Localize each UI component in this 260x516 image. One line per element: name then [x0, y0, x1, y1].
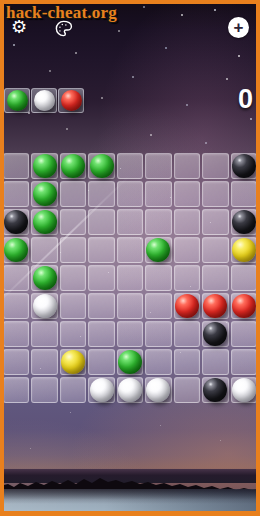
ball-green[interactable]: [118, 350, 142, 374]
next-ball-slot: [31, 88, 57, 113]
board-cell[interactable]: [145, 209, 171, 235]
ball-black[interactable]: [203, 378, 227, 402]
board-cell[interactable]: [60, 237, 86, 263]
ball-white[interactable]: [232, 378, 256, 402]
game-screen: hack-cheat.org ⚙ + 0: [0, 0, 260, 516]
board-cell[interactable]: [88, 265, 114, 291]
board-cell[interactable]: [60, 293, 86, 319]
board-cell[interactable]: [231, 349, 257, 375]
board-cell[interactable]: [88, 209, 114, 235]
board-cell[interactable]: [145, 265, 171, 291]
ball-green[interactable]: [146, 238, 170, 262]
board-cell[interactable]: [3, 349, 29, 375]
board-cell[interactable]: [60, 181, 86, 207]
board-cell[interactable]: [60, 377, 86, 403]
next-balls-tray: [4, 88, 84, 113]
board-cell[interactable]: [231, 293, 257, 319]
board-cell[interactable]: [117, 209, 143, 235]
board-cell[interactable]: [31, 153, 57, 179]
board-cell[interactable]: [31, 321, 57, 347]
water: [0, 489, 260, 516]
board-cell[interactable]: [88, 349, 114, 375]
board-cell[interactable]: [202, 377, 228, 403]
next-ball-red: [61, 90, 82, 111]
ball-red[interactable]: [232, 294, 256, 318]
next-ball-slot: [4, 88, 30, 113]
ball-black[interactable]: [232, 154, 256, 178]
board-cell[interactable]: [174, 265, 200, 291]
board-cell[interactable]: [60, 209, 86, 235]
ball-green[interactable]: [61, 154, 85, 178]
ball-white[interactable]: [146, 378, 170, 402]
ball-black[interactable]: [4, 210, 28, 234]
board-cell[interactable]: [60, 321, 86, 347]
ball-green[interactable]: [33, 210, 57, 234]
board-cell[interactable]: [88, 237, 114, 263]
board-cell[interactable]: [88, 377, 114, 403]
board-cell[interactable]: [145, 293, 171, 319]
board-cell[interactable]: [88, 293, 114, 319]
game-board[interactable]: [3, 153, 257, 403]
board-cell[interactable]: [174, 209, 200, 235]
board-cell[interactable]: [174, 377, 200, 403]
board-cell[interactable]: [3, 237, 29, 263]
board-cell[interactable]: [60, 349, 86, 375]
board-cell[interactable]: [3, 181, 29, 207]
board-cell[interactable]: [3, 293, 29, 319]
board-cell[interactable]: [202, 265, 228, 291]
board-cell[interactable]: [117, 293, 143, 319]
board-cell[interactable]: [31, 349, 57, 375]
ball-black[interactable]: [203, 322, 227, 346]
board-cell[interactable]: [202, 293, 228, 319]
ball-red[interactable]: [175, 294, 199, 318]
board-cell[interactable]: [117, 321, 143, 347]
board-cell[interactable]: [31, 181, 57, 207]
plus-icon: +: [234, 18, 244, 37]
board-cell[interactable]: [117, 349, 143, 375]
board-cell[interactable]: [202, 181, 228, 207]
board-cell[interactable]: [3, 153, 29, 179]
board-cell[interactable]: [145, 321, 171, 347]
board-cell[interactable]: [145, 153, 171, 179]
board-cell[interactable]: [231, 209, 257, 235]
board-cell[interactable]: [231, 377, 257, 403]
score-value: 0: [238, 84, 253, 115]
board-cell[interactable]: [202, 209, 228, 235]
ball-yellow[interactable]: [232, 238, 256, 262]
ball-white[interactable]: [118, 378, 142, 402]
palette-icon: [54, 19, 73, 38]
board-cell[interactable]: [174, 349, 200, 375]
board-cell[interactable]: [145, 349, 171, 375]
board-cell[interactable]: [3, 321, 29, 347]
board-cell[interactable]: [31, 293, 57, 319]
ball-red[interactable]: [203, 294, 227, 318]
board-cell[interactable]: [117, 377, 143, 403]
board-cell[interactable]: [88, 153, 114, 179]
board-cell[interactable]: [145, 181, 171, 207]
gear-icon: ⚙: [11, 18, 27, 36]
board-cell[interactable]: [117, 265, 143, 291]
board-cell[interactable]: [231, 153, 257, 179]
board-cell[interactable]: [231, 321, 257, 347]
board-cell[interactable]: [145, 237, 171, 263]
stars: [0, 0, 1, 1]
ball-green[interactable]: [33, 266, 57, 290]
board-cell[interactable]: [31, 237, 57, 263]
next-ball-green: [7, 90, 28, 111]
board-cell[interactable]: [202, 349, 228, 375]
ball-black[interactable]: [232, 210, 256, 234]
board-cell[interactable]: [145, 377, 171, 403]
board-cell[interactable]: [60, 265, 86, 291]
board-cell[interactable]: [3, 209, 29, 235]
board-cell[interactable]: [202, 321, 228, 347]
board-cell[interactable]: [202, 237, 228, 263]
board-cell[interactable]: [3, 265, 29, 291]
board-cell[interactable]: [174, 153, 200, 179]
settings-button[interactable]: ⚙: [8, 16, 30, 38]
board-cell[interactable]: [174, 293, 200, 319]
board-cell[interactable]: [88, 181, 114, 207]
ball-yellow[interactable]: [61, 350, 85, 374]
ball-white[interactable]: [90, 378, 114, 402]
next-ball-slot: [58, 88, 84, 113]
board-cell[interactable]: [174, 237, 200, 263]
board-cell[interactable]: [3, 377, 29, 403]
board-cell[interactable]: [60, 153, 86, 179]
board-cell[interactable]: [117, 153, 143, 179]
theme-button[interactable]: [52, 17, 74, 39]
board-cell[interactable]: [231, 237, 257, 263]
ball-green[interactable]: [33, 182, 57, 206]
ball-green[interactable]: [4, 238, 28, 262]
board-cell[interactable]: [88, 321, 114, 347]
board-cell[interactable]: [31, 265, 57, 291]
board-cell[interactable]: [231, 265, 257, 291]
board-cell[interactable]: [174, 181, 200, 207]
board-cell[interactable]: [117, 237, 143, 263]
board-cell[interactable]: [174, 321, 200, 347]
ball-green[interactable]: [33, 154, 57, 178]
board-cell[interactable]: [31, 209, 57, 235]
ball-green[interactable]: [90, 154, 114, 178]
board-cell[interactable]: [231, 181, 257, 207]
next-ball-white: [34, 90, 55, 111]
board-cell[interactable]: [117, 181, 143, 207]
board-cell[interactable]: [31, 377, 57, 403]
board-cell[interactable]: [202, 153, 228, 179]
ball-white[interactable]: [33, 294, 57, 318]
new-game-button[interactable]: +: [228, 17, 249, 38]
